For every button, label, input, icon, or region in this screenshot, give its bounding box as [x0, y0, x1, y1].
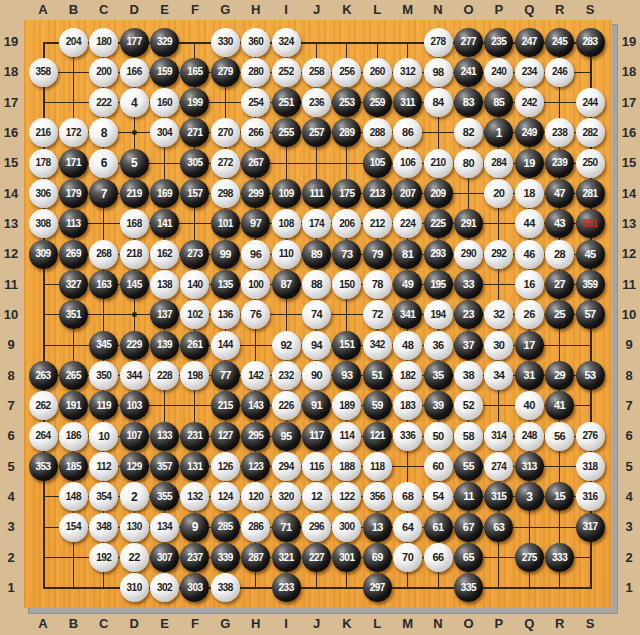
stone-P10[interactable]: 32: [484, 300, 513, 329]
stone-Q11[interactable]: 16: [515, 270, 544, 299]
stone-L14[interactable]: 213: [363, 179, 392, 208]
stone-R8[interactable]: 29: [545, 361, 574, 390]
stone-J6[interactable]: 117: [302, 422, 331, 451]
stone-L12[interactable]: 79: [363, 240, 392, 269]
stone-F6[interactable]: 231: [180, 422, 209, 451]
stone-O19[interactable]: 277: [454, 28, 483, 57]
stone-P3[interactable]: 63: [484, 513, 513, 542]
stone-E10[interactable]: 137: [150, 300, 179, 329]
stone-L16[interactable]: 288: [363, 118, 392, 147]
stone-G18[interactable]: 279: [211, 58, 240, 87]
stone-I16[interactable]: 255: [272, 118, 301, 147]
stone-H11[interactable]: 100: [241, 270, 270, 299]
stone-N11[interactable]: 195: [424, 270, 453, 299]
stone-O18[interactable]: 241: [454, 58, 483, 87]
stone-I17[interactable]: 251: [272, 88, 301, 117]
stone-K9[interactable]: 151: [332, 331, 361, 360]
stone-K2[interactable]: 301: [332, 543, 361, 572]
stone-N18[interactable]: 98: [424, 58, 453, 87]
stone-Q16[interactable]: 249: [515, 118, 544, 147]
stone-G9[interactable]: 144: [211, 331, 240, 360]
stone-M15[interactable]: 106: [393, 149, 422, 178]
stone-D11[interactable]: 145: [120, 270, 149, 299]
stone-I2[interactable]: 321: [272, 543, 301, 572]
stone-I14[interactable]: 109: [272, 179, 301, 208]
stone-P16[interactable]: 1: [484, 118, 513, 147]
stone-C7[interactable]: 119: [89, 391, 118, 420]
stone-D4[interactable]: 2: [120, 482, 149, 511]
stone-G6[interactable]: 127: [211, 422, 240, 451]
stone-N2[interactable]: 66: [424, 543, 453, 572]
stone-O13[interactable]: 291: [454, 209, 483, 238]
stone-M8[interactable]: 182: [393, 361, 422, 390]
stone-K14[interactable]: 175: [332, 179, 361, 208]
stone-C12[interactable]: 268: [89, 240, 118, 269]
stone-R19[interactable]: 245: [545, 28, 574, 57]
stone-H12[interactable]: 96: [241, 240, 270, 269]
stone-L4[interactable]: 356: [363, 482, 392, 511]
stone-E13[interactable]: 141: [150, 209, 179, 238]
stone-G7[interactable]: 215: [211, 391, 240, 420]
stone-S19[interactable]: 283: [576, 28, 605, 57]
stone-F4[interactable]: 132: [180, 482, 209, 511]
stone-D13[interactable]: 168: [120, 209, 149, 238]
stone-A12[interactable]: 309: [29, 240, 58, 269]
stone-N19[interactable]: 278: [424, 28, 453, 57]
stone-N6[interactable]: 50: [424, 422, 453, 451]
stone-E18[interactable]: 159: [150, 58, 179, 87]
stone-L13[interactable]: 212: [363, 209, 392, 238]
stone-J7[interactable]: 91: [302, 391, 331, 420]
stone-N9[interactable]: 36: [424, 331, 453, 360]
stone-D5[interactable]: 129: [120, 452, 149, 481]
stone-O9[interactable]: 37: [454, 331, 483, 360]
stone-C2[interactable]: 192: [89, 543, 118, 572]
stone-M13[interactable]: 224: [393, 209, 422, 238]
stone-J3[interactable]: 296: [302, 513, 331, 542]
stone-M16[interactable]: 86: [393, 118, 422, 147]
stone-O5[interactable]: 55: [454, 452, 483, 481]
stone-D14[interactable]: 219: [120, 179, 149, 208]
stone-D18[interactable]: 166: [120, 58, 149, 87]
stone-L7[interactable]: 59: [363, 391, 392, 420]
stone-R14[interactable]: 47: [545, 179, 574, 208]
stone-S8[interactable]: 53: [576, 361, 605, 390]
stone-B12[interactable]: 269: [59, 240, 88, 269]
stone-H16[interactable]: 266: [241, 118, 270, 147]
stone-S12[interactable]: 45: [576, 240, 605, 269]
stone-E2[interactable]: 307: [150, 543, 179, 572]
stone-I11[interactable]: 87: [272, 270, 301, 299]
stone-L3[interactable]: 13: [363, 513, 392, 542]
stone-K3[interactable]: 300: [332, 513, 361, 542]
stone-B16[interactable]: 172: [59, 118, 88, 147]
stone-C11[interactable]: 163: [89, 270, 118, 299]
stone-G11[interactable]: 135: [211, 270, 240, 299]
stone-C3[interactable]: 348: [89, 513, 118, 542]
stone-O15[interactable]: 80: [454, 149, 483, 178]
stone-K13[interactable]: 206: [332, 209, 361, 238]
stone-P15[interactable]: 284: [484, 149, 513, 178]
stone-E19[interactable]: 329: [150, 28, 179, 57]
stone-S10[interactable]: 57: [576, 300, 605, 329]
stone-F11[interactable]: 140: [180, 270, 209, 299]
stone-G12[interactable]: 99: [211, 240, 240, 269]
stone-I6[interactable]: 95: [272, 422, 301, 451]
stone-C19[interactable]: 180: [89, 28, 118, 57]
stone-J2[interactable]: 227: [302, 543, 331, 572]
stone-Q9[interactable]: 17: [515, 331, 544, 360]
stone-A18[interactable]: 358: [29, 58, 58, 87]
stone-J9[interactable]: 94: [302, 331, 331, 360]
stone-K17[interactable]: 253: [332, 88, 361, 117]
stone-G14[interactable]: 298: [211, 179, 240, 208]
stone-Q18[interactable]: 234: [515, 58, 544, 87]
stone-E12[interactable]: 162: [150, 240, 179, 269]
stone-K5[interactable]: 188: [332, 452, 361, 481]
stone-C16[interactable]: 8: [89, 118, 118, 147]
stone-I1[interactable]: 233: [272, 573, 301, 602]
stone-M4[interactable]: 68: [393, 482, 422, 511]
stone-F8[interactable]: 198: [180, 361, 209, 390]
stone-M11[interactable]: 49: [393, 270, 422, 299]
stone-B15[interactable]: 171: [59, 149, 88, 178]
stone-A6[interactable]: 264: [29, 422, 58, 451]
stone-R18[interactable]: 246: [545, 58, 574, 87]
stone-C14[interactable]: 7: [89, 179, 118, 208]
stone-R6[interactable]: 56: [545, 422, 574, 451]
stone-P12[interactable]: 292: [484, 240, 513, 269]
stone-A8[interactable]: 263: [29, 361, 58, 390]
stone-G1[interactable]: 338: [211, 573, 240, 602]
stone-J4[interactable]: 12: [302, 482, 331, 511]
stone-R10[interactable]: 25: [545, 300, 574, 329]
stone-C4[interactable]: 354: [89, 482, 118, 511]
stone-L1[interactable]: 297: [363, 573, 392, 602]
stone-M3[interactable]: 64: [393, 513, 422, 542]
stone-B14[interactable]: 179: [59, 179, 88, 208]
stone-K11[interactable]: 150: [332, 270, 361, 299]
stone-F9[interactable]: 261: [180, 331, 209, 360]
stone-J14[interactable]: 111: [302, 179, 331, 208]
stone-H4[interactable]: 120: [241, 482, 270, 511]
stone-H10[interactable]: 76: [241, 300, 270, 329]
stone-D7[interactable]: 103: [120, 391, 149, 420]
stone-R13[interactable]: 43: [545, 209, 574, 238]
stone-L11[interactable]: 78: [363, 270, 392, 299]
stone-I9[interactable]: 92: [272, 331, 301, 360]
stone-M12[interactable]: 81: [393, 240, 422, 269]
stone-N10[interactable]: 194: [424, 300, 453, 329]
stone-Q19[interactable]: 247: [515, 28, 544, 57]
stone-R2[interactable]: 333: [545, 543, 574, 572]
stone-I13[interactable]: 108: [272, 209, 301, 238]
stone-A7[interactable]: 262: [29, 391, 58, 420]
stone-R11[interactable]: 27: [545, 270, 574, 299]
stone-L17[interactable]: 259: [363, 88, 392, 117]
stone-Q15[interactable]: 19: [515, 149, 544, 178]
stone-E3[interactable]: 134: [150, 513, 179, 542]
stone-F12[interactable]: 273: [180, 240, 209, 269]
stone-K12[interactable]: 73: [332, 240, 361, 269]
stone-C17[interactable]: 222: [89, 88, 118, 117]
stone-P4[interactable]: 315: [484, 482, 513, 511]
stone-L8[interactable]: 51: [363, 361, 392, 390]
stone-J13[interactable]: 174: [302, 209, 331, 238]
stone-D6[interactable]: 107: [120, 422, 149, 451]
stone-O7[interactable]: 52: [454, 391, 483, 420]
stone-C8[interactable]: 350: [89, 361, 118, 390]
stone-H17[interactable]: 254: [241, 88, 270, 117]
stone-O8[interactable]: 38: [454, 361, 483, 390]
stone-F14[interactable]: 157: [180, 179, 209, 208]
stone-Q6[interactable]: 248: [515, 422, 544, 451]
stone-J17[interactable]: 236: [302, 88, 331, 117]
stone-R4[interactable]: 15: [545, 482, 574, 511]
stone-H13[interactable]: 97: [241, 209, 270, 238]
stone-N8[interactable]: 35: [424, 361, 453, 390]
stone-Q2[interactable]: 275: [515, 543, 544, 572]
stone-N14[interactable]: 209: [424, 179, 453, 208]
stone-H5[interactable]: 123: [241, 452, 270, 481]
stone-B11[interactable]: 327: [59, 270, 88, 299]
stone-H15[interactable]: 267: [241, 149, 270, 178]
stone-J16[interactable]: 257: [302, 118, 331, 147]
stone-I18[interactable]: 252: [272, 58, 301, 87]
stone-S15[interactable]: 250: [576, 149, 605, 178]
stone-Q17[interactable]: 242: [515, 88, 544, 117]
stone-I7[interactable]: 226: [272, 391, 301, 420]
stone-L15[interactable]: 105: [363, 149, 392, 178]
stone-C5[interactable]: 112: [89, 452, 118, 481]
stone-N4[interactable]: 54: [424, 482, 453, 511]
stone-E1[interactable]: 302: [150, 573, 179, 602]
stone-P19[interactable]: 235: [484, 28, 513, 57]
stone-G5[interactable]: 126: [211, 452, 240, 481]
stone-P14[interactable]: 20: [484, 179, 513, 208]
stone-S4[interactable]: 316: [576, 482, 605, 511]
stone-S13[interactable]: 361: [576, 209, 605, 238]
stone-E5[interactable]: 357: [150, 452, 179, 481]
stone-B6[interactable]: 186: [59, 422, 88, 451]
stone-P9[interactable]: 30: [484, 331, 513, 360]
stone-B3[interactable]: 154: [59, 513, 88, 542]
stone-G19[interactable]: 330: [211, 28, 240, 57]
stone-G4[interactable]: 124: [211, 482, 240, 511]
stone-B7[interactable]: 191: [59, 391, 88, 420]
stone-L5[interactable]: 118: [363, 452, 392, 481]
stone-M7[interactable]: 183: [393, 391, 422, 420]
stone-C9[interactable]: 345: [89, 331, 118, 360]
stone-Q10[interactable]: 26: [515, 300, 544, 329]
stone-G13[interactable]: 101: [211, 209, 240, 238]
stone-N3[interactable]: 61: [424, 513, 453, 542]
stone-J18[interactable]: 258: [302, 58, 331, 87]
stone-I19[interactable]: 324: [272, 28, 301, 57]
stone-Q7[interactable]: 40: [515, 391, 544, 420]
stone-E6[interactable]: 133: [150, 422, 179, 451]
goban[interactable]: 2041801773293303603242782772352472452833…: [24, 20, 612, 608]
stone-H2[interactable]: 287: [241, 543, 270, 572]
stone-S3[interactable]: 317: [576, 513, 605, 542]
stone-O3[interactable]: 67: [454, 513, 483, 542]
stone-S6[interactable]: 276: [576, 422, 605, 451]
stone-N17[interactable]: 84: [424, 88, 453, 117]
stone-E9[interactable]: 139: [150, 331, 179, 360]
stone-H3[interactable]: 286: [241, 513, 270, 542]
stone-K16[interactable]: 289: [332, 118, 361, 147]
stone-F15[interactable]: 305: [180, 149, 209, 178]
stone-M9[interactable]: 48: [393, 331, 422, 360]
stone-D3[interactable]: 130: [120, 513, 149, 542]
stone-O10[interactable]: 23: [454, 300, 483, 329]
stone-D15[interactable]: 5: [120, 149, 149, 178]
stone-E11[interactable]: 138: [150, 270, 179, 299]
stone-D12[interactable]: 218: [120, 240, 149, 269]
stone-I12[interactable]: 110: [272, 240, 301, 269]
stone-G3[interactable]: 285: [211, 513, 240, 542]
stone-M17[interactable]: 311: [393, 88, 422, 117]
stone-E14[interactable]: 169: [150, 179, 179, 208]
stone-I3[interactable]: 71: [272, 513, 301, 542]
stone-C18[interactable]: 200: [89, 58, 118, 87]
stone-J12[interactable]: 89: [302, 240, 331, 269]
stone-G2[interactable]: 339: [211, 543, 240, 572]
stone-B13[interactable]: 113: [59, 209, 88, 238]
stone-K6[interactable]: 114: [332, 422, 361, 451]
stone-G10[interactable]: 136: [211, 300, 240, 329]
stone-L6[interactable]: 121: [363, 422, 392, 451]
stone-D8[interactable]: 344: [120, 361, 149, 390]
stone-B8[interactable]: 265: [59, 361, 88, 390]
stone-C6[interactable]: 10: [89, 422, 118, 451]
stone-H7[interactable]: 143: [241, 391, 270, 420]
stone-P18[interactable]: 240: [484, 58, 513, 87]
stone-D2[interactable]: 22: [120, 543, 149, 572]
stone-O16[interactable]: 82: [454, 118, 483, 147]
stone-F5[interactable]: 131: [180, 452, 209, 481]
stone-L18[interactable]: 260: [363, 58, 392, 87]
stone-P6[interactable]: 314: [484, 422, 513, 451]
stone-D1[interactable]: 310: [120, 573, 149, 602]
stone-A5[interactable]: 353: [29, 452, 58, 481]
stone-P5[interactable]: 274: [484, 452, 513, 481]
stone-L9[interactable]: 342: [363, 331, 392, 360]
stone-P17[interactable]: 85: [484, 88, 513, 117]
stone-O1[interactable]: 335: [454, 573, 483, 602]
stone-I5[interactable]: 294: [272, 452, 301, 481]
stone-M18[interactable]: 312: [393, 58, 422, 87]
stone-Q8[interactable]: 31: [515, 361, 544, 390]
stone-M2[interactable]: 70: [393, 543, 422, 572]
stone-O12[interactable]: 290: [454, 240, 483, 269]
stone-A16[interactable]: 216: [29, 118, 58, 147]
stone-F16[interactable]: 271: [180, 118, 209, 147]
stone-N13[interactable]: 225: [424, 209, 453, 238]
stone-K4[interactable]: 122: [332, 482, 361, 511]
stone-Q4[interactable]: 3: [515, 482, 544, 511]
stone-O17[interactable]: 83: [454, 88, 483, 117]
stone-I8[interactable]: 232: [272, 361, 301, 390]
stone-B19[interactable]: 204: [59, 28, 88, 57]
stone-R7[interactable]: 41: [545, 391, 574, 420]
stone-J5[interactable]: 116: [302, 452, 331, 481]
stone-J10[interactable]: 74: [302, 300, 331, 329]
stone-E17[interactable]: 160: [150, 88, 179, 117]
stone-O2[interactable]: 65: [454, 543, 483, 572]
stone-I4[interactable]: 320: [272, 482, 301, 511]
stone-G8[interactable]: 77: [211, 361, 240, 390]
stone-P8[interactable]: 34: [484, 361, 513, 390]
stone-H6[interactable]: 295: [241, 422, 270, 451]
stone-F17[interactable]: 199: [180, 88, 209, 117]
stone-R15[interactable]: 239: [545, 149, 574, 178]
stone-N7[interactable]: 39: [424, 391, 453, 420]
stone-G15[interactable]: 272: [211, 149, 240, 178]
stone-F3[interactable]: 9: [180, 513, 209, 542]
stone-R16[interactable]: 238: [545, 118, 574, 147]
stone-C15[interactable]: 6: [89, 149, 118, 178]
stone-D17[interactable]: 4: [120, 88, 149, 117]
stone-O4[interactable]: 11: [454, 482, 483, 511]
stone-K18[interactable]: 256: [332, 58, 361, 87]
stone-F2[interactable]: 237: [180, 543, 209, 572]
stone-M14[interactable]: 207: [393, 179, 422, 208]
stone-S14[interactable]: 281: [576, 179, 605, 208]
stone-N15[interactable]: 210: [424, 149, 453, 178]
stone-L10[interactable]: 72: [363, 300, 392, 329]
stone-S11[interactable]: 359: [576, 270, 605, 299]
stone-R12[interactable]: 28: [545, 240, 574, 269]
stone-L2[interactable]: 69: [363, 543, 392, 572]
stone-F18[interactable]: 165: [180, 58, 209, 87]
stone-F10[interactable]: 102: [180, 300, 209, 329]
stone-O11[interactable]: 33: [454, 270, 483, 299]
stone-H19[interactable]: 360: [241, 28, 270, 57]
stone-K8[interactable]: 93: [332, 361, 361, 390]
stone-E8[interactable]: 228: [150, 361, 179, 390]
stone-S5[interactable]: 318: [576, 452, 605, 481]
stone-F1[interactable]: 303: [180, 573, 209, 602]
stone-D9[interactable]: 229: [120, 331, 149, 360]
stone-H18[interactable]: 280: [241, 58, 270, 87]
stone-G16[interactable]: 270: [211, 118, 240, 147]
stone-B4[interactable]: 148: [59, 482, 88, 511]
stone-D19[interactable]: 177: [120, 28, 149, 57]
stone-K7[interactable]: 189: [332, 391, 361, 420]
stone-O6[interactable]: 58: [454, 422, 483, 451]
stone-J11[interactable]: 88: [302, 270, 331, 299]
stone-J8[interactable]: 90: [302, 361, 331, 390]
stone-E16[interactable]: 304: [150, 118, 179, 147]
stone-E4[interactable]: 355: [150, 482, 179, 511]
stone-Q13[interactable]: 44: [515, 209, 544, 238]
stone-Q14[interactable]: 18: [515, 179, 544, 208]
stone-S17[interactable]: 244: [576, 88, 605, 117]
stone-H8[interactable]: 142: [241, 361, 270, 390]
stone-B10[interactable]: 351: [59, 300, 88, 329]
stone-A13[interactable]: 308: [29, 209, 58, 238]
stone-Q5[interactable]: 313: [515, 452, 544, 481]
stone-Q12[interactable]: 46: [515, 240, 544, 269]
stone-H14[interactable]: 299: [241, 179, 270, 208]
stone-A15[interactable]: 178: [29, 149, 58, 178]
stone-S16[interactable]: 282: [576, 118, 605, 147]
stone-N12[interactable]: 293: [424, 240, 453, 269]
stone-A14[interactable]: 306: [29, 179, 58, 208]
stone-M6[interactable]: 336: [393, 422, 422, 451]
stone-M10[interactable]: 341: [393, 300, 422, 329]
